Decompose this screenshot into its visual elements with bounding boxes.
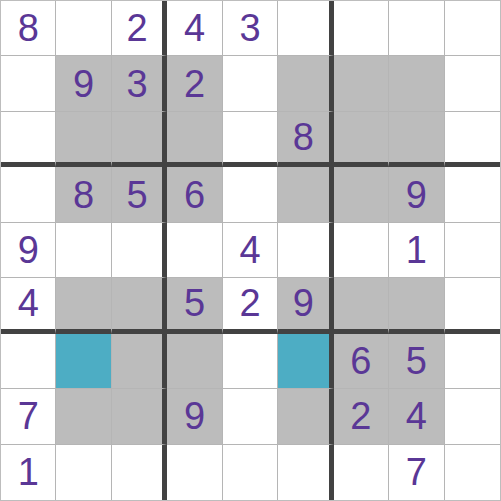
cell-r1c7[interactable] xyxy=(334,1,389,56)
cell-r8c3[interactable] xyxy=(112,389,167,444)
cell-r3c5[interactable] xyxy=(223,112,278,167)
cell-r8c9[interactable] xyxy=(445,389,500,444)
cell-r7c9[interactable] xyxy=(445,334,500,389)
cell-r5c1[interactable]: 9 xyxy=(1,223,56,278)
cell-r6c5[interactable]: 2 xyxy=(223,278,278,333)
cell-r5c2[interactable] xyxy=(56,223,111,278)
cell-r5c7[interactable] xyxy=(334,223,389,278)
cell-r8c7[interactable]: 2 xyxy=(334,389,389,444)
sudoku-app: 824393288569941452965792417 xyxy=(0,0,501,501)
cell-r1c3[interactable]: 2 xyxy=(112,1,167,56)
cell-r2c6[interactable] xyxy=(278,56,333,111)
cell-r7c2[interactable] xyxy=(56,334,111,389)
cell-r9c2[interactable] xyxy=(56,445,111,500)
cell-r4c1[interactable] xyxy=(1,167,56,222)
cell-r1c5[interactable]: 3 xyxy=(223,1,278,56)
cell-r5c9[interactable] xyxy=(445,223,500,278)
cell-r1c8[interactable] xyxy=(389,1,444,56)
cell-r3c7[interactable] xyxy=(334,112,389,167)
cell-r9c6[interactable] xyxy=(278,445,333,500)
cell-r7c7[interactable]: 6 xyxy=(334,334,389,389)
cell-r1c2[interactable] xyxy=(56,1,111,56)
cell-r5c8[interactable]: 1 xyxy=(389,223,444,278)
cell-r6c4[interactable]: 5 xyxy=(167,278,222,333)
cell-r9c4[interactable] xyxy=(167,445,222,500)
cell-r2c5[interactable] xyxy=(223,56,278,111)
cell-r2c9[interactable] xyxy=(445,56,500,111)
cell-r7c1[interactable] xyxy=(1,334,56,389)
cell-r3c8[interactable] xyxy=(389,112,444,167)
cell-r7c4[interactable] xyxy=(167,334,222,389)
cell-r4c4[interactable]: 6 xyxy=(167,167,222,222)
cell-r8c2[interactable] xyxy=(56,389,111,444)
cell-r9c9[interactable] xyxy=(445,445,500,500)
cell-r7c5[interactable] xyxy=(223,334,278,389)
cell-r1c4[interactable]: 4 xyxy=(167,1,222,56)
cell-r4c5[interactable] xyxy=(223,167,278,222)
cell-r2c4[interactable]: 2 xyxy=(167,56,222,111)
cell-r3c1[interactable] xyxy=(1,112,56,167)
cell-r8c4[interactable]: 9 xyxy=(167,389,222,444)
cell-r2c1[interactable] xyxy=(1,56,56,111)
cell-r3c4[interactable] xyxy=(167,112,222,167)
cell-r7c8[interactable]: 5 xyxy=(389,334,444,389)
cell-r5c3[interactable] xyxy=(112,223,167,278)
cell-r5c5[interactable]: 4 xyxy=(223,223,278,278)
cell-r6c3[interactable] xyxy=(112,278,167,333)
cell-r1c9[interactable] xyxy=(445,1,500,56)
cell-r3c9[interactable] xyxy=(445,112,500,167)
cell-r8c1[interactable]: 7 xyxy=(1,389,56,444)
sudoku-board: 824393288569941452965792417 xyxy=(0,0,501,501)
cell-r9c1[interactable]: 1 xyxy=(1,445,56,500)
cell-r5c4[interactable] xyxy=(167,223,222,278)
cell-r8c6[interactable] xyxy=(278,389,333,444)
cell-r2c2[interactable]: 9 xyxy=(56,56,111,111)
cell-r3c6[interactable]: 8 xyxy=(278,112,333,167)
cell-r8c8[interactable]: 4 xyxy=(389,389,444,444)
cell-r1c6[interactable] xyxy=(278,1,333,56)
cell-r4c9[interactable] xyxy=(445,167,500,222)
cell-r6c6[interactable]: 9 xyxy=(278,278,333,333)
cell-r4c3[interactable]: 5 xyxy=(112,167,167,222)
cell-r2c7[interactable] xyxy=(334,56,389,111)
cell-r2c3[interactable]: 3 xyxy=(112,56,167,111)
cell-r4c2[interactable]: 8 xyxy=(56,167,111,222)
cell-r9c7[interactable] xyxy=(334,445,389,500)
cell-r4c8[interactable]: 9 xyxy=(389,167,444,222)
cell-r9c3[interactable] xyxy=(112,445,167,500)
cell-r9c8[interactable]: 7 xyxy=(389,445,444,500)
cell-r6c9[interactable] xyxy=(445,278,500,333)
cell-r5c6[interactable] xyxy=(278,223,333,278)
cell-r4c7[interactable] xyxy=(334,167,389,222)
cell-r6c1[interactable]: 4 xyxy=(1,278,56,333)
cell-r9c5[interactable] xyxy=(223,445,278,500)
cell-r1c1[interactable]: 8 xyxy=(1,1,56,56)
cell-r6c7[interactable] xyxy=(334,278,389,333)
cell-r7c6[interactable] xyxy=(278,334,333,389)
cell-r8c5[interactable] xyxy=(223,389,278,444)
cell-r3c2[interactable] xyxy=(56,112,111,167)
cell-r7c3[interactable] xyxy=(112,334,167,389)
cell-r3c3[interactable] xyxy=(112,112,167,167)
cell-r6c2[interactable] xyxy=(56,278,111,333)
cell-r2c8[interactable] xyxy=(389,56,444,111)
cell-r4c6[interactable] xyxy=(278,167,333,222)
cell-r6c8[interactable] xyxy=(389,278,444,333)
